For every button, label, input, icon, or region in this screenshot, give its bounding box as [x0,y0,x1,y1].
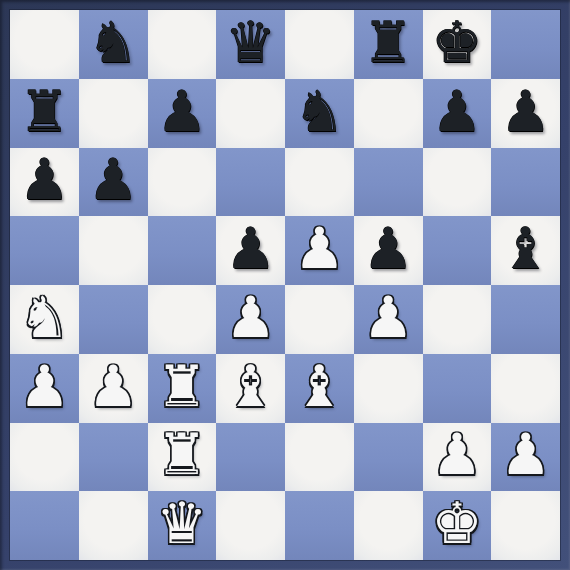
square-g6[interactable] [423,148,492,217]
square-f1[interactable] [354,491,423,560]
black-pawn-icon: ♟ [500,83,551,140]
square-e4[interactable] [285,285,354,354]
board-frame: ♞♛♜♚♜♟♞♟♟♟♟♟♟♟♝♞♟♟♟♟♜♝♝♜♟♟♛♚ [0,0,570,570]
black-queen-icon: ♛ [225,14,276,71]
square-h2[interactable]: ♟ [491,423,560,492]
black-pawn-icon: ♟ [156,83,207,140]
square-e7[interactable]: ♞ [285,79,354,148]
black-rook-icon: ♜ [19,83,70,140]
white-rook-icon: ♜ [156,358,207,415]
square-b3[interactable]: ♟ [79,354,148,423]
black-pawn-icon: ♟ [88,151,139,208]
square-a2[interactable] [10,423,79,492]
square-h4[interactable] [491,285,560,354]
square-g8[interactable]: ♚ [423,10,492,79]
square-c1[interactable]: ♛ [148,491,217,560]
square-e1[interactable] [285,491,354,560]
white-knight-icon: ♞ [19,289,70,346]
square-g5[interactable] [423,216,492,285]
square-f8[interactable]: ♜ [354,10,423,79]
square-f3[interactable] [354,354,423,423]
square-d5[interactable]: ♟ [216,216,285,285]
white-bishop-icon: ♝ [225,358,276,415]
square-h3[interactable] [491,354,560,423]
square-f2[interactable] [354,423,423,492]
square-g4[interactable] [423,285,492,354]
square-g3[interactable] [423,354,492,423]
square-b6[interactable]: ♟ [79,148,148,217]
square-g7[interactable]: ♟ [423,79,492,148]
square-e2[interactable] [285,423,354,492]
square-d1[interactable] [216,491,285,560]
square-h7[interactable]: ♟ [491,79,560,148]
square-g2[interactable]: ♟ [423,423,492,492]
white-pawn-icon: ♟ [363,289,414,346]
square-d7[interactable] [216,79,285,148]
square-c3[interactable]: ♜ [148,354,217,423]
black-rook-icon: ♜ [363,14,414,71]
square-e5[interactable]: ♟ [285,216,354,285]
square-h5[interactable]: ♝ [491,216,560,285]
square-f5[interactable]: ♟ [354,216,423,285]
square-f7[interactable] [354,79,423,148]
square-d2[interactable] [216,423,285,492]
black-knight-icon: ♞ [88,14,139,71]
square-h1[interactable] [491,491,560,560]
white-pawn-icon: ♟ [431,426,482,483]
square-e6[interactable] [285,148,354,217]
square-h6[interactable] [491,148,560,217]
white-rook-icon: ♜ [156,426,207,483]
square-c2[interactable]: ♜ [148,423,217,492]
square-a7[interactable]: ♜ [10,79,79,148]
white-pawn-icon: ♟ [88,358,139,415]
square-b4[interactable] [79,285,148,354]
black-knight-icon: ♞ [294,83,345,140]
white-pawn-icon: ♟ [500,426,551,483]
square-b2[interactable] [79,423,148,492]
square-c4[interactable] [148,285,217,354]
white-queen-icon: ♛ [156,495,207,552]
square-c8[interactable] [148,10,217,79]
black-pawn-icon: ♟ [19,151,70,208]
square-g1[interactable]: ♚ [423,491,492,560]
black-pawn-icon: ♟ [225,220,276,277]
square-a5[interactable] [10,216,79,285]
square-a4[interactable]: ♞ [10,285,79,354]
black-bishop-icon: ♝ [500,220,551,277]
white-pawn-icon: ♟ [294,220,345,277]
black-king-icon: ♚ [431,14,482,71]
black-pawn-icon: ♟ [363,220,414,277]
square-b7[interactable] [79,79,148,148]
white-bishop-icon: ♝ [294,358,345,415]
square-d4[interactable]: ♟ [216,285,285,354]
square-c6[interactable] [148,148,217,217]
square-a3[interactable]: ♟ [10,354,79,423]
square-f6[interactable] [354,148,423,217]
square-b8[interactable]: ♞ [79,10,148,79]
square-a1[interactable] [10,491,79,560]
square-d8[interactable]: ♛ [216,10,285,79]
square-b5[interactable] [79,216,148,285]
square-d3[interactable]: ♝ [216,354,285,423]
square-d6[interactable] [216,148,285,217]
square-f4[interactable]: ♟ [354,285,423,354]
white-king-icon: ♚ [431,495,482,552]
black-pawn-icon: ♟ [431,83,482,140]
square-e3[interactable]: ♝ [285,354,354,423]
chess-board: ♞♛♜♚♜♟♞♟♟♟♟♟♟♟♝♞♟♟♟♟♜♝♝♜♟♟♛♚ [10,10,560,560]
square-c5[interactable] [148,216,217,285]
white-pawn-icon: ♟ [19,358,70,415]
square-b1[interactable] [79,491,148,560]
square-a6[interactable]: ♟ [10,148,79,217]
square-e8[interactable] [285,10,354,79]
white-pawn-icon: ♟ [225,289,276,346]
square-c7[interactable]: ♟ [148,79,217,148]
square-h8[interactable] [491,10,560,79]
square-a8[interactable] [10,10,79,79]
